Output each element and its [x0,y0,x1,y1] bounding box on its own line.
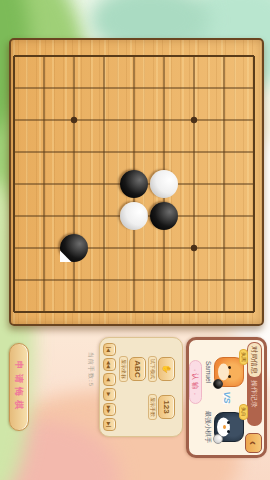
try-move-button[interactable]: ✋ [158,357,175,381]
white-stone-indicator-icon [213,434,223,444]
nav-back-button[interactable]: ◀ [103,373,116,386]
info-tabs: 对局信息 操作记录 [247,342,262,426]
black-stone-indicator-icon [213,379,223,389]
player-name: Samuel [205,350,212,394]
star-point [191,245,197,251]
player-name: 最强小棋手 [203,405,212,449]
star-point [191,117,197,123]
review-control-panel: ✋ 试下模式 123 显示手数 ABC 显示坐标 |◀ ◀◀ ◀ ▶ ▶▶ ▶| [99,337,183,437]
try-move-caption: 试下模式 [148,356,157,382]
muzzle-icon [218,364,229,381]
nav-first-button[interactable]: |◀ [103,343,116,356]
move-nav-row: |◀ ◀◀ ◀ ▶ ▶▶ ▶| [103,343,116,431]
resign-label: 认输 [191,373,201,391]
beak-icon [223,425,226,429]
stone-white [120,202,148,230]
undo-request-button[interactable]: 申请悔棋 [9,343,29,431]
rank-badge: 执白 [239,404,248,420]
player-right: 执白 最强小棋手 [203,405,244,449]
nav-last-button[interactable]: ▶| [103,418,116,431]
tab-move-log[interactable]: 操作记录 [250,377,260,411]
go-board[interactable] [9,38,264,326]
rank-badge: 执黑 [239,349,248,365]
stone-black [150,202,178,230]
nav-forward-button[interactable]: ▶ [103,388,116,401]
coordinates-caption: 显示坐标 [119,356,128,382]
avatar-penguin-icon: 执白 [214,412,244,442]
player-left: 执黑 Samuel [205,350,244,394]
move-status-text: 当前手数:5 [86,352,95,387]
landscape-stage: ✋ 试下模式 123 显示手数 ABC 显示坐标 |◀ ◀◀ ◀ ▶ ▶▶ ▶|… [0,0,270,480]
nav-forward10-button[interactable]: ▶▶ [103,403,116,416]
resign-button[interactable]: 认输 [189,360,202,404]
collapse-panel-button[interactable]: ‹ [245,433,262,453]
vs-icon: VS [222,391,232,403]
stone-white [150,170,178,198]
stone-black [120,170,148,198]
eye-icon [227,421,230,424]
stone-black [60,234,88,262]
star-point [71,117,77,123]
last-move-marker [60,249,73,262]
game-info-panel: 对局信息 操作记录 ‹ 执黑 Samuel VS 执白 [186,337,267,458]
coordinates-button[interactable]: ABC [129,357,146,381]
eye-icon [227,430,230,433]
nav-back10-button[interactable]: ◀◀ [103,358,116,371]
app-screen: ✋ 试下模式 123 显示手数 ABC 显示坐标 |◀ ◀◀ ◀ ▶ ▶▶ ▶|… [0,0,270,480]
move-numbers-caption: 显示手数 [148,394,157,420]
tab-game-info[interactable]: 对局信息 [248,343,261,377]
avatar-lion-icon: 执黑 [214,357,244,387]
move-numbers-button[interactable]: 123 [158,395,175,419]
